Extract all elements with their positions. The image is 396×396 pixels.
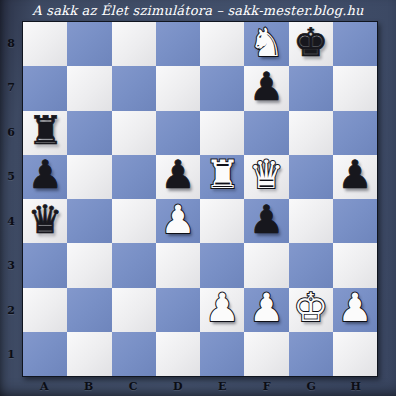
file-label-c: C: [111, 377, 156, 396]
square-e8: [200, 22, 244, 66]
square-b6: [67, 111, 111, 155]
square-b4: [67, 199, 111, 243]
square-c5: [112, 155, 156, 199]
piece-black-king: ♚: [293, 23, 328, 62]
square-a8: [23, 22, 67, 66]
file-label-h: H: [334, 377, 379, 396]
piece-black-queen: ♛: [28, 200, 63, 239]
square-h7: [333, 66, 377, 110]
square-h2: ♟: [333, 288, 377, 332]
file-label-d: D: [156, 377, 201, 396]
square-h6: [333, 111, 377, 155]
square-b7: [67, 66, 111, 110]
square-d7: [156, 66, 200, 110]
square-b3: [67, 243, 111, 287]
square-f5: ♛: [244, 155, 288, 199]
square-f3: [244, 243, 288, 287]
piece-black-pawn: ♟: [28, 155, 63, 194]
square-e6: [200, 111, 244, 155]
square-e2: ♟: [200, 288, 244, 332]
square-h5: ♟: [333, 155, 377, 199]
piece-white-pawn: ♟: [249, 288, 284, 327]
square-c4: [112, 199, 156, 243]
square-g2: ♚: [289, 288, 333, 332]
square-f1: [244, 332, 288, 376]
file-label-e: E: [200, 377, 245, 396]
rank-label-4: 4: [0, 199, 22, 244]
square-c8: [112, 22, 156, 66]
piece-white-knight: ♞: [249, 23, 284, 62]
rank-label-3: 3: [0, 244, 22, 289]
file-label-b: B: [67, 377, 112, 396]
piece-black-pawn: ♟: [160, 155, 195, 194]
piece-white-rook: ♜: [205, 155, 240, 194]
rank-label-8: 8: [0, 21, 22, 66]
piece-white-king: ♚: [293, 288, 328, 327]
rank-label-6: 6: [0, 110, 22, 155]
piece-white-pawn: ♟: [205, 288, 240, 327]
square-a2: [23, 288, 67, 332]
square-d1: [156, 332, 200, 376]
square-h1: [333, 332, 377, 376]
square-a1: [23, 332, 67, 376]
rank-label-2: 2: [0, 288, 22, 333]
file-label-f: F: [245, 377, 290, 396]
square-g8: ♚: [289, 22, 333, 66]
square-b1: [67, 332, 111, 376]
rank-labels: 87654321: [0, 21, 22, 377]
square-d8: [156, 22, 200, 66]
square-d4: ♟: [156, 199, 200, 243]
piece-white-pawn: ♟: [160, 200, 195, 239]
square-c6: [112, 111, 156, 155]
square-g6: [289, 111, 333, 155]
square-g5: [289, 155, 333, 199]
file-label-g: G: [289, 377, 334, 396]
piece-black-rook: ♜: [28, 111, 63, 150]
piece-black-pawn: ♟: [249, 200, 284, 239]
page-title: A sakk az Élet szimulátora – sakk-mester…: [0, 0, 396, 21]
square-c3: [112, 243, 156, 287]
square-g3: [289, 243, 333, 287]
square-e3: [200, 243, 244, 287]
piece-white-pawn: ♟: [337, 288, 372, 327]
square-d6: [156, 111, 200, 155]
square-h8: [333, 22, 377, 66]
chess-diagram: A sakk az Élet szimulátora – sakk-mester…: [0, 0, 396, 396]
square-g4: [289, 199, 333, 243]
file-label-a: A: [22, 377, 67, 396]
square-d2: [156, 288, 200, 332]
square-b5: [67, 155, 111, 199]
square-b8: [67, 22, 111, 66]
square-a6: ♜: [23, 111, 67, 155]
square-c1: [112, 332, 156, 376]
chess-board: ♞♚♟♜♟♟♜♛♟♛♟♟♟♟♚♟: [22, 21, 378, 377]
rank-label-7: 7: [0, 66, 22, 111]
square-b2: [67, 288, 111, 332]
square-e5: ♜: [200, 155, 244, 199]
square-d3: [156, 243, 200, 287]
square-e1: [200, 332, 244, 376]
square-f4: ♟: [244, 199, 288, 243]
file-labels: ABCDEFGH: [22, 377, 378, 396]
square-e7: [200, 66, 244, 110]
square-c7: [112, 66, 156, 110]
square-h4: [333, 199, 377, 243]
square-f6: [244, 111, 288, 155]
rank-label-1: 1: [0, 333, 22, 378]
square-g1: [289, 332, 333, 376]
square-a5: ♟: [23, 155, 67, 199]
square-g7: [289, 66, 333, 110]
square-a4: ♛: [23, 199, 67, 243]
square-f8: ♞: [244, 22, 288, 66]
square-c2: [112, 288, 156, 332]
square-f7: ♟: [244, 66, 288, 110]
square-e4: [200, 199, 244, 243]
rank-label-5: 5: [0, 155, 22, 200]
square-a3: [23, 243, 67, 287]
piece-black-pawn: ♟: [249, 67, 284, 106]
square-f2: ♟: [244, 288, 288, 332]
piece-black-pawn: ♟: [337, 155, 372, 194]
square-h3: [333, 243, 377, 287]
piece-white-queen: ♛: [249, 155, 284, 194]
square-d5: ♟: [156, 155, 200, 199]
square-a7: [23, 66, 67, 110]
